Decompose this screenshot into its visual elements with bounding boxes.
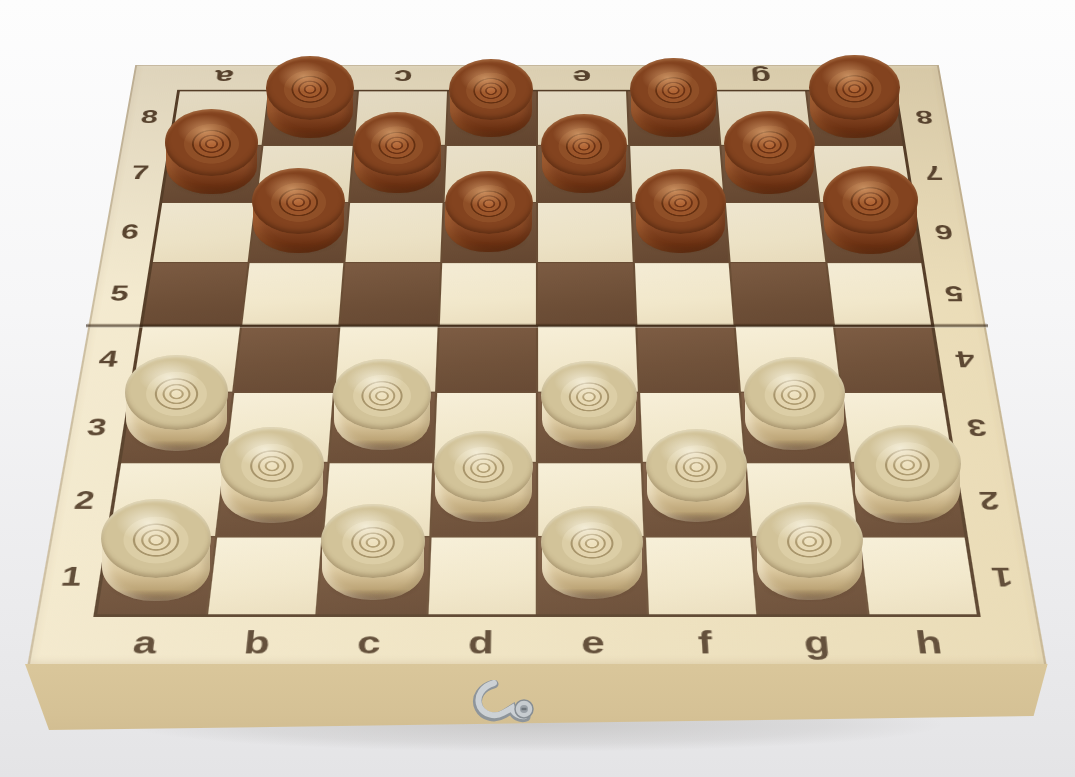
piece-top-face [541, 361, 637, 430]
piece-top-face [353, 112, 441, 175]
square-f4[interactable] [637, 326, 739, 391]
square-b4[interactable] [234, 326, 338, 391]
piece-top-face [823, 166, 918, 234]
square-g5[interactable] [731, 263, 833, 325]
piece-dark-f6[interactable] [635, 169, 726, 252]
piece-top-face [541, 114, 627, 176]
piece-top-face [321, 504, 425, 579]
piece-dark-b8[interactable] [266, 56, 354, 137]
strip-bottom-d: d [468, 626, 494, 657]
piece-top-face [165, 109, 258, 175]
square-g6[interactable] [726, 203, 825, 262]
square-c5[interactable] [341, 263, 440, 325]
square-a5[interactable] [143, 263, 247, 325]
piece-top-face [646, 429, 747, 502]
latch-hook-icon [458, 680, 554, 726]
square-d4[interactable] [437, 326, 536, 391]
piece-top-face [724, 111, 815, 176]
square-h1[interactable] [860, 538, 977, 615]
strip-right-6: 6 [934, 222, 955, 242]
strip-bottom-f: f [697, 626, 713, 657]
square-d1[interactable] [428, 538, 536, 615]
strip-bottom-b: b [243, 626, 272, 657]
piece-top-face [635, 169, 726, 234]
piece-dark-f8[interactable] [630, 58, 716, 137]
piece-light-d2[interactable] [434, 431, 533, 522]
strip-right-7: 7 [924, 163, 945, 182]
piece-top-face [252, 168, 345, 235]
piece-top-face [333, 359, 431, 430]
piece-top-face [220, 427, 324, 502]
piece-top-face [541, 506, 642, 579]
strip-left-4: 4 [97, 348, 119, 370]
strip-left-2: 2 [72, 488, 96, 513]
square-a6[interactable] [153, 203, 254, 262]
strip-top-g: g [749, 67, 772, 87]
piece-dark-h8[interactable] [809, 55, 899, 138]
piece-light-a3[interactable] [125, 355, 229, 450]
piece-dark-g7[interactable] [724, 111, 815, 194]
strip-bottom-c: c [356, 626, 381, 657]
piece-top-face [809, 55, 899, 120]
piece-light-b2[interactable] [220, 427, 324, 523]
piece-light-g3[interactable] [744, 357, 845, 450]
board-drop-shadow [10, 695, 1060, 765]
piece-light-g1[interactable] [756, 502, 863, 601]
strip-left-5: 5 [109, 283, 131, 304]
square-f5[interactable] [634, 263, 733, 325]
corner-marker [27, 666, 28, 667]
strip-right-1: 1 [990, 564, 1015, 590]
square-e5[interactable] [538, 263, 635, 325]
piece-light-f2[interactable] [646, 429, 747, 522]
strip-bottom-g: g [802, 626, 831, 657]
strip-right-8: 8 [915, 108, 935, 126]
piece-dark-c7[interactable] [353, 112, 441, 193]
piece-light-e1[interactable] [541, 506, 642, 599]
fold-seam-hinge [86, 324, 988, 328]
strip-left-6: 6 [119, 222, 140, 242]
file-labels-bottom: abcdefgh [85, 617, 988, 667]
strip-top-c: c [393, 67, 413, 87]
piece-top-face [434, 431, 533, 502]
square-h4[interactable] [835, 326, 942, 391]
piece-dark-d8[interactable] [449, 59, 533, 137]
piece-top-face [854, 425, 961, 502]
piece-light-e3[interactable] [541, 361, 637, 449]
corner-marker [1046, 666, 1047, 667]
piece-top-face [756, 502, 863, 579]
piece-light-a1[interactable] [101, 499, 211, 600]
piece-top-face [125, 355, 229, 429]
piece-top-face [449, 59, 533, 119]
strip-top-a: a [213, 67, 235, 87]
piece-light-c3[interactable] [333, 359, 431, 450]
strip-top-e: e [572, 67, 591, 87]
square-h5[interactable] [827, 263, 931, 325]
photo-background: abcdefgh abcdefgh 87654321 87654321 [0, 0, 1075, 777]
square-b5[interactable] [242, 263, 344, 325]
piece-light-h2[interactable] [854, 425, 961, 523]
piece-dark-h6[interactable] [823, 166, 918, 254]
piece-dark-d6[interactable] [445, 171, 534, 252]
piece-top-face [744, 357, 845, 429]
strip-right-2: 2 [978, 488, 1002, 513]
strip-right-4: 4 [954, 348, 976, 370]
strip-bottom-e: e [581, 626, 605, 657]
strip-left-8: 8 [139, 108, 159, 126]
piece-dark-a7[interactable] [165, 109, 258, 194]
piece-top-face [101, 499, 211, 578]
piece-dark-b6[interactable] [252, 168, 345, 254]
strip-right-3: 3 [966, 416, 989, 440]
strip-bottom-a: a [131, 626, 159, 657]
piece-top-face [266, 56, 354, 119]
square-e6[interactable] [538, 203, 632, 262]
strip-bottom-h: h [914, 626, 944, 657]
strip-left-1: 1 [59, 564, 84, 590]
strip-left-3: 3 [85, 416, 108, 440]
strip-left-7: 7 [130, 163, 151, 182]
square-b1[interactable] [208, 538, 322, 615]
square-c6[interactable] [345, 203, 442, 262]
piece-light-c1[interactable] [321, 504, 425, 600]
square-f1[interactable] [645, 538, 756, 615]
piece-dark-e7[interactable] [541, 114, 627, 193]
square-d5[interactable] [439, 263, 536, 325]
strip-right-5: 5 [944, 283, 966, 304]
piece-top-face [445, 171, 534, 235]
piece-top-face [630, 58, 716, 120]
